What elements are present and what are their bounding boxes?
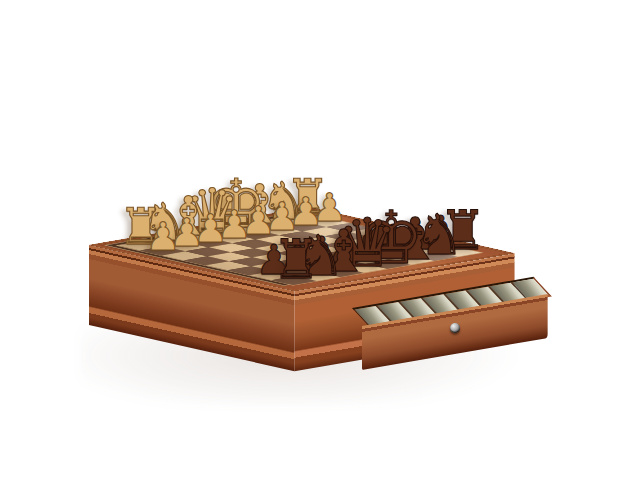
chess-set-photo: ♜♞♝♛♚♝♞♜♟♟♟♟♟♟♟♟♟♟♟♟♟♟♟♟♜♞♝♛♚♝♞♜ [0, 0, 640, 480]
drawer-knob [450, 323, 460, 333]
